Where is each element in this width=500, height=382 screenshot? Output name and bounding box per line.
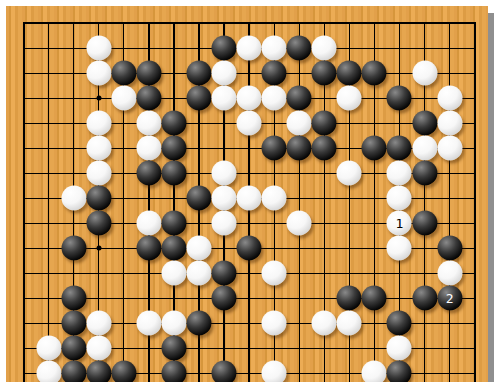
black-stone: 2 xyxy=(437,286,462,311)
intersection-c16-r4[interactable] xyxy=(387,86,412,111)
intersection-c18-r10[interactable] xyxy=(437,236,462,261)
intersection-c15-r4[interactable] xyxy=(362,86,387,111)
intersection-c6-r8[interactable] xyxy=(136,186,161,211)
intersection-c9-r8[interactable] xyxy=(211,186,236,211)
intersection-c5-r14[interactable] xyxy=(111,336,136,361)
intersection-c3-r13[interactable] xyxy=(61,311,86,336)
intersection-c1-r8[interactable] xyxy=(11,186,36,211)
intersection-c12-r12[interactable] xyxy=(287,286,312,311)
intersection-c15-r1[interactable] xyxy=(362,11,387,36)
intersection-c11-r9[interactable] xyxy=(262,211,287,236)
intersection-c3-r2[interactable] xyxy=(61,36,86,61)
intersection-c15-r12[interactable] xyxy=(362,286,387,311)
intersection-c4-r9[interactable] xyxy=(86,211,111,236)
intersection-c8-r1[interactable] xyxy=(186,11,211,36)
intersection-c14-r15[interactable] xyxy=(337,361,362,382)
intersection-c3-r6[interactable] xyxy=(61,136,86,161)
intersection-c11-r3[interactable] xyxy=(262,61,287,86)
intersection-c4-r3[interactable] xyxy=(86,61,111,86)
intersection-c2-r12[interactable] xyxy=(36,286,61,311)
intersection-c10-r3[interactable] xyxy=(237,61,262,86)
intersection-c12-r9[interactable] xyxy=(287,211,312,236)
intersection-c9-r3[interactable] xyxy=(211,61,236,86)
intersection-c19-r3[interactable] xyxy=(462,61,487,86)
intersection-c14-r8[interactable] xyxy=(337,186,362,211)
intersection-c18-r11[interactable] xyxy=(437,261,462,286)
intersection-c14-r10[interactable] xyxy=(337,236,362,261)
intersection-c13-r15[interactable] xyxy=(312,361,337,382)
intersection-c6-r15[interactable] xyxy=(136,361,161,382)
intersection-c1-r9[interactable] xyxy=(11,211,36,236)
intersection-c18-r6[interactable] xyxy=(437,136,462,161)
intersection-c5-r5[interactable] xyxy=(111,111,136,136)
intersection-c9-r9[interactable] xyxy=(211,211,236,236)
intersection-c6-r1[interactable] xyxy=(136,11,161,36)
intersection-c10-r9[interactable] xyxy=(237,211,262,236)
intersection-c7-r14[interactable] xyxy=(161,336,186,361)
intersection-c13-r3[interactable] xyxy=(312,61,337,86)
intersection-c19-r1[interactable] xyxy=(462,11,487,36)
white-stone xyxy=(186,236,211,261)
intersection-c12-r13[interactable] xyxy=(287,311,312,336)
intersection-c18-r15[interactable] xyxy=(437,361,462,382)
intersection-c2-r5[interactable] xyxy=(36,111,61,136)
intersection-c1-r6[interactable] xyxy=(11,136,36,161)
intersection-c1-r2[interactable] xyxy=(11,36,36,61)
intersection-c5-r6[interactable] xyxy=(111,136,136,161)
intersection-c10-r1[interactable] xyxy=(237,11,262,36)
intersection-c19-r13[interactable] xyxy=(462,311,487,336)
intersection-c6-r10[interactable] xyxy=(136,236,161,261)
intersection-c15-r7[interactable] xyxy=(362,161,387,186)
intersection-c13-r9[interactable] xyxy=(312,211,337,236)
intersection-c3-r5[interactable] xyxy=(61,111,86,136)
intersection-c2-r10[interactable] xyxy=(36,236,61,261)
intersection-c7-r3[interactable] xyxy=(161,61,186,86)
intersection-c18-r9[interactable] xyxy=(437,211,462,236)
intersection-c14-r11[interactable] xyxy=(337,261,362,286)
intersection-c2-r14[interactable] xyxy=(36,336,61,361)
intersection-c17-r6[interactable] xyxy=(412,136,437,161)
intersection-c15-r5[interactable] xyxy=(362,111,387,136)
intersection-c2-r15[interactable] xyxy=(36,361,61,382)
intersection-c18-r12[interactable]: 2 xyxy=(437,286,462,311)
intersection-c5-r12[interactable] xyxy=(111,286,136,311)
intersection-c14-r14[interactable] xyxy=(337,336,362,361)
black-stone xyxy=(161,361,186,382)
intersection-c1-r3[interactable] xyxy=(11,61,36,86)
intersection-c6-r7[interactable] xyxy=(136,161,161,186)
intersection-c19-r12[interactable] xyxy=(462,286,487,311)
intersection-c5-r1[interactable] xyxy=(111,11,136,36)
intersection-c11-r6[interactable] xyxy=(262,136,287,161)
intersection-c2-r3[interactable] xyxy=(36,61,61,86)
intersection-c11-r12[interactable] xyxy=(262,286,287,311)
black-stone xyxy=(212,36,237,61)
intersection-c18-r14[interactable] xyxy=(437,336,462,361)
intersection-c6-r12[interactable] xyxy=(136,286,161,311)
intersection-c12-r11[interactable] xyxy=(287,261,312,286)
white-stone xyxy=(237,111,262,136)
intersection-c17-r7[interactable] xyxy=(412,161,437,186)
intersection-c4-r6[interactable] xyxy=(86,136,111,161)
intersection-c19-r15[interactable] xyxy=(462,361,487,382)
intersection-c8-r9[interactable] xyxy=(186,211,211,236)
intersection-c16-r9[interactable]: 1 xyxy=(387,211,412,236)
intersection-c16-r14[interactable] xyxy=(387,336,412,361)
intersection-c6-r2[interactable] xyxy=(136,36,161,61)
intersection-c10-r4[interactable] xyxy=(237,86,262,111)
intersection-c19-r11[interactable] xyxy=(462,261,487,286)
intersection-c16-r1[interactable] xyxy=(387,11,412,36)
intersection-c3-r4[interactable] xyxy=(61,86,86,111)
intersection-c15-r3[interactable] xyxy=(362,61,387,86)
intersection-c1-r5[interactable] xyxy=(11,111,36,136)
intersection-c4-r2[interactable] xyxy=(86,36,111,61)
intersection-c18-r2[interactable] xyxy=(437,36,462,61)
intersection-c7-r9[interactable] xyxy=(161,211,186,236)
intersection-c5-r8[interactable] xyxy=(111,186,136,211)
intersection-c19-r4[interactable] xyxy=(462,86,487,111)
intersection-c12-r8[interactable] xyxy=(287,186,312,211)
intersection-c4-r1[interactable] xyxy=(86,11,111,36)
intersection-c5-r15[interactable] xyxy=(111,361,136,382)
intersection-c7-r6[interactable] xyxy=(161,136,186,161)
intersection-c17-r10[interactable] xyxy=(412,236,437,261)
intersection-c13-r8[interactable] xyxy=(312,186,337,211)
intersection-c10-r13[interactable] xyxy=(237,311,262,336)
intersection-c17-r2[interactable] xyxy=(412,36,437,61)
intersection-c4-r14[interactable] xyxy=(86,336,111,361)
intersection-c15-r13[interactable] xyxy=(362,311,387,336)
intersection-c7-r12[interactable] xyxy=(161,286,186,311)
intersection-c13-r7[interactable] xyxy=(312,161,337,186)
intersection-c8-r14[interactable] xyxy=(186,336,211,361)
intersection-c10-r15[interactable] xyxy=(237,361,262,382)
intersection-c13-r4[interactable] xyxy=(312,86,337,111)
intersection-c11-r1[interactable] xyxy=(262,11,287,36)
intersection-c11-r5[interactable] xyxy=(262,111,287,136)
intersection-c17-r3[interactable] xyxy=(412,61,437,86)
intersection-c1-r15[interactable] xyxy=(11,361,36,382)
intersection-c5-r11[interactable] xyxy=(111,261,136,286)
intersection-c13-r1[interactable] xyxy=(312,11,337,36)
intersection-c7-r1[interactable] xyxy=(161,11,186,36)
intersection-c5-r7[interactable] xyxy=(111,161,136,186)
intersection-c1-r14[interactable] xyxy=(11,336,36,361)
intersection-c1-r11[interactable] xyxy=(11,261,36,286)
intersection-c9-r13[interactable] xyxy=(211,311,236,336)
intersection-c9-r1[interactable] xyxy=(211,11,236,36)
intersection-c8-r10[interactable] xyxy=(186,236,211,261)
intersection-c4-r7[interactable] xyxy=(86,161,111,186)
intersection-c2-r1[interactable] xyxy=(36,11,61,36)
intersection-c18-r1[interactable] xyxy=(437,11,462,36)
intersection-c12-r6[interactable] xyxy=(287,136,312,161)
intersection-c6-r9[interactable] xyxy=(136,211,161,236)
intersection-c14-r7[interactable] xyxy=(337,161,362,186)
intersection-c13-r12[interactable] xyxy=(312,286,337,311)
intersection-c11-r15[interactable] xyxy=(262,361,287,382)
intersection-c13-r6[interactable] xyxy=(312,136,337,161)
intersection-c12-r14[interactable] xyxy=(287,336,312,361)
intersection-c9-r12[interactable] xyxy=(211,286,236,311)
intersection-c14-r2[interactable] xyxy=(337,36,362,61)
intersection-c8-r5[interactable] xyxy=(186,111,211,136)
intersection-c12-r10[interactable] xyxy=(287,236,312,261)
intersection-c19-r7[interactable] xyxy=(462,161,487,186)
intersection-c8-r6[interactable] xyxy=(186,136,211,161)
intersection-c8-r3[interactable] xyxy=(186,61,211,86)
intersection-c1-r13[interactable] xyxy=(11,311,36,336)
intersection-c11-r4[interactable] xyxy=(262,86,287,111)
intersection-c11-r13[interactable] xyxy=(262,311,287,336)
intersection-c8-r11[interactable] xyxy=(186,261,211,286)
intersection-c3-r7[interactable] xyxy=(61,161,86,186)
intersection-c15-r11[interactable] xyxy=(362,261,387,286)
intersection-c4-r10[interactable] xyxy=(86,236,111,261)
intersection-c10-r14[interactable] xyxy=(237,336,262,361)
intersection-c11-r10[interactable] xyxy=(262,236,287,261)
intersection-c16-r12[interactable] xyxy=(387,286,412,311)
intersection-c7-r10[interactable] xyxy=(161,236,186,261)
intersection-c3-r14[interactable] xyxy=(61,336,86,361)
intersection-c1-r10[interactable] xyxy=(11,236,36,261)
intersection-c17-r12[interactable] xyxy=(412,286,437,311)
intersection-c9-r15[interactable] xyxy=(211,361,236,382)
intersection-c13-r2[interactable] xyxy=(312,36,337,61)
intersection-c1-r1[interactable] xyxy=(11,11,36,36)
intersection-c18-r7[interactable] xyxy=(437,161,462,186)
intersection-c4-r13[interactable] xyxy=(86,311,111,336)
intersection-c12-r4[interactable] xyxy=(287,86,312,111)
intersection-c4-r12[interactable] xyxy=(86,286,111,311)
intersection-c6-r5[interactable] xyxy=(136,111,161,136)
intersection-c9-r7[interactable] xyxy=(211,161,236,186)
intersection-c18-r8[interactable] xyxy=(437,186,462,211)
intersection-c9-r11[interactable] xyxy=(211,261,236,286)
black-stone xyxy=(161,236,186,261)
intersection-c19-r2[interactable] xyxy=(462,36,487,61)
intersection-c4-r4[interactable] xyxy=(86,86,111,111)
intersection-c12-r15[interactable] xyxy=(287,361,312,382)
intersection-c8-r12[interactable] xyxy=(186,286,211,311)
intersection-c6-r11[interactable] xyxy=(136,261,161,286)
intersection-c10-r6[interactable] xyxy=(237,136,262,161)
white-stone xyxy=(262,361,287,382)
intersection-c13-r5[interactable] xyxy=(312,111,337,136)
intersection-c18-r5[interactable] xyxy=(437,111,462,136)
intersection-c15-r6[interactable] xyxy=(362,136,387,161)
intersection-c3-r12[interactable] xyxy=(61,286,86,311)
intersection-c10-r12[interactable] xyxy=(237,286,262,311)
intersection-c6-r6[interactable] xyxy=(136,136,161,161)
intersection-c17-r5[interactable] xyxy=(412,111,437,136)
intersection-c19-r14[interactable] xyxy=(462,336,487,361)
intersection-c3-r1[interactable] xyxy=(61,11,86,36)
intersection-c2-r9[interactable] xyxy=(36,211,61,236)
intersection-c19-r9[interactable] xyxy=(462,211,487,236)
intersection-c18-r4[interactable] xyxy=(437,86,462,111)
black-stone xyxy=(412,286,437,311)
intersection-c14-r9[interactable] xyxy=(337,211,362,236)
intersection-c2-r8[interactable] xyxy=(36,186,61,211)
intersection-c3-r10[interactable] xyxy=(61,236,86,261)
intersection-c19-r8[interactable] xyxy=(462,186,487,211)
intersection-c11-r2[interactable] xyxy=(262,36,287,61)
intersection-c2-r11[interactable] xyxy=(36,261,61,286)
black-stone xyxy=(186,186,211,211)
intersection-c13-r13[interactable] xyxy=(312,311,337,336)
intersection-c9-r10[interactable] xyxy=(211,236,236,261)
intersection-c11-r11[interactable] xyxy=(262,261,287,286)
intersection-c10-r2[interactable] xyxy=(237,36,262,61)
intersection-c12-r2[interactable] xyxy=(287,36,312,61)
intersection-c18-r13[interactable] xyxy=(437,311,462,336)
intersection-c19-r5[interactable] xyxy=(462,111,487,136)
intersection-c8-r4[interactable] xyxy=(186,86,211,111)
intersection-c13-r14[interactable] xyxy=(312,336,337,361)
intersection-c17-r14[interactable] xyxy=(412,336,437,361)
intersection-c17-r11[interactable] xyxy=(412,261,437,286)
intersection-c12-r1[interactable] xyxy=(287,11,312,36)
intersection-c5-r10[interactable] xyxy=(111,236,136,261)
intersection-c19-r6[interactable] xyxy=(462,136,487,161)
intersection-c8-r15[interactable] xyxy=(186,361,211,382)
intersection-c14-r5[interactable] xyxy=(337,111,362,136)
white-stone xyxy=(262,36,287,61)
intersection-c2-r7[interactable] xyxy=(36,161,61,186)
intersection-c16-r3[interactable] xyxy=(387,61,412,86)
intersection-c9-r6[interactable] xyxy=(211,136,236,161)
intersection-c3-r15[interactable] xyxy=(61,361,86,382)
intersection-c4-r8[interactable] xyxy=(86,186,111,211)
intersection-c5-r3[interactable] xyxy=(111,61,136,86)
intersection-c7-r7[interactable] xyxy=(161,161,186,186)
intersection-c15-r8[interactable] xyxy=(362,186,387,211)
intersection-c7-r5[interactable] xyxy=(161,111,186,136)
intersection-c2-r4[interactable] xyxy=(36,86,61,111)
intersection-c16-r5[interactable] xyxy=(387,111,412,136)
intersection-c15-r14[interactable] xyxy=(362,336,387,361)
intersection-c9-r14[interactable] xyxy=(211,336,236,361)
intersection-c1-r4[interactable] xyxy=(11,86,36,111)
intersection-c5-r13[interactable] xyxy=(111,311,136,336)
intersection-c17-r4[interactable] xyxy=(412,86,437,111)
intersection-c17-r9[interactable] xyxy=(412,211,437,236)
intersection-c3-r8[interactable] xyxy=(61,186,86,211)
intersection-c7-r2[interactable] xyxy=(161,36,186,61)
intersection-c14-r6[interactable] xyxy=(337,136,362,161)
intersection-c11-r14[interactable] xyxy=(262,336,287,361)
intersection-c10-r10[interactable] xyxy=(237,236,262,261)
intersection-c16-r15[interactable] xyxy=(387,361,412,382)
intersection-c19-r10[interactable] xyxy=(462,236,487,261)
intersection-c6-r3[interactable] xyxy=(136,61,161,86)
intersection-c15-r9[interactable] xyxy=(362,211,387,236)
intersection-c3-r11[interactable] xyxy=(61,261,86,286)
intersection-c10-r7[interactable] xyxy=(237,161,262,186)
intersection-c16-r13[interactable] xyxy=(387,311,412,336)
intersection-c4-r11[interactable] xyxy=(86,261,111,286)
intersection-c10-r11[interactable] xyxy=(237,261,262,286)
intersection-c15-r10[interactable] xyxy=(362,236,387,261)
intersection-c5-r4[interactable] xyxy=(111,86,136,111)
intersection-c1-r12[interactable] xyxy=(11,286,36,311)
intersection-c11-r7[interactable] xyxy=(262,161,287,186)
intersection-c13-r10[interactable] xyxy=(312,236,337,261)
intersection-c2-r6[interactable] xyxy=(36,136,61,161)
intersection-c18-r3[interactable] xyxy=(437,61,462,86)
intersection-c4-r15[interactable] xyxy=(86,361,111,382)
intersection-c10-r8[interactable] xyxy=(237,186,262,211)
intersection-c16-r6[interactable] xyxy=(387,136,412,161)
intersection-c15-r15[interactable] xyxy=(362,361,387,382)
black-stone xyxy=(362,286,387,311)
intersection-c7-r11[interactable] xyxy=(161,261,186,286)
intersection-c17-r13[interactable] xyxy=(412,311,437,336)
intersection-c16-r2[interactable] xyxy=(387,36,412,61)
white-stone xyxy=(287,111,312,136)
intersection-c17-r1[interactable] xyxy=(412,11,437,36)
intersection-c6-r14[interactable] xyxy=(136,336,161,361)
intersection-c17-r15[interactable] xyxy=(412,361,437,382)
intersection-c16-r8[interactable] xyxy=(387,186,412,211)
intersection-c5-r9[interactable] xyxy=(111,211,136,236)
intersection-c8-r2[interactable] xyxy=(186,36,211,61)
intersection-c16-r11[interactable] xyxy=(387,261,412,286)
intersection-c13-r11[interactable] xyxy=(312,261,337,286)
black-stone xyxy=(412,161,437,186)
intersection-c6-r13[interactable] xyxy=(136,311,161,336)
intersection-c7-r8[interactable] xyxy=(161,186,186,211)
intersection-c9-r5[interactable] xyxy=(211,111,236,136)
intersection-c9-r4[interactable] xyxy=(211,86,236,111)
intersection-c15-r2[interactable] xyxy=(362,36,387,61)
intersection-c12-r5[interactable] xyxy=(287,111,312,136)
intersection-c12-r3[interactable] xyxy=(287,61,312,86)
intersection-c8-r13[interactable] xyxy=(186,311,211,336)
intersection-c14-r1[interactable] xyxy=(337,11,362,36)
intersection-c6-r4[interactable] xyxy=(136,86,161,111)
intersection-c5-r2[interactable] xyxy=(111,36,136,61)
intersection-c14-r3[interactable] xyxy=(337,61,362,86)
intersection-c4-r5[interactable] xyxy=(86,111,111,136)
intersection-c2-r13[interactable] xyxy=(36,311,61,336)
intersection-c3-r3[interactable] xyxy=(61,61,86,86)
intersection-c7-r13[interactable] xyxy=(161,311,186,336)
intersection-c14-r13[interactable] xyxy=(337,311,362,336)
intersection-c16-r10[interactable] xyxy=(387,236,412,261)
intersection-c1-r7[interactable] xyxy=(11,161,36,186)
black-stone xyxy=(136,161,161,186)
intersection-c3-r9[interactable] xyxy=(61,211,86,236)
intersection-c11-r8[interactable] xyxy=(262,186,287,211)
intersection-c16-r7[interactable] xyxy=(387,161,412,186)
intersection-c17-r8[interactable] xyxy=(412,186,437,211)
intersection-c2-r2[interactable] xyxy=(36,36,61,61)
intersection-c8-r8[interactable] xyxy=(186,186,211,211)
intersection-c12-r7[interactable] xyxy=(287,161,312,186)
intersection-c7-r15[interactable] xyxy=(161,361,186,382)
intersection-c9-r2[interactable] xyxy=(211,36,236,61)
intersection-c8-r7[interactable] xyxy=(186,161,211,186)
intersection-c10-r5[interactable] xyxy=(237,111,262,136)
intersection-c14-r4[interactable] xyxy=(337,86,362,111)
intersection-c14-r12[interactable] xyxy=(337,286,362,311)
white-stone xyxy=(387,186,412,211)
intersection-c7-r4[interactable] xyxy=(161,86,186,111)
